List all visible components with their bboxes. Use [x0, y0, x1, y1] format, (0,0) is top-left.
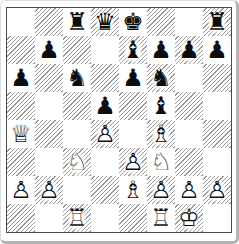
square-g6 [175, 64, 203, 92]
square-h4 [203, 120, 231, 148]
piece-black-bishop: ♝ [150, 92, 172, 120]
piece-white-pawn: ♙ [94, 120, 116, 148]
piece-white-pawn: ♙ [10, 176, 32, 204]
piece-black-pawn: ♟ [150, 36, 172, 64]
piece-white-rook: ♖ [66, 204, 88, 232]
piece-black-queen: ♛ [94, 8, 116, 36]
piece-white-pawn: ♙ [150, 176, 172, 204]
piece-black-pawn: ♟ [178, 36, 200, 64]
square-d8: ♛ [91, 8, 119, 36]
piece-black-pawn: ♟ [10, 64, 32, 92]
square-b3 [35, 148, 63, 176]
square-b2: ♙ [35, 176, 63, 204]
piece-white-queen: ♕ [10, 120, 32, 148]
square-d4: ♙ [91, 120, 119, 148]
square-h8: ♜ [203, 8, 231, 36]
piece-white-bishop: ♗ [122, 176, 144, 204]
square-f2: ♙ [147, 176, 175, 204]
square-e7: ♝ [119, 36, 147, 64]
piece-white-king: ♔ [178, 204, 200, 232]
square-f7: ♟ [147, 36, 175, 64]
square-c8: ♜ [63, 8, 91, 36]
square-e8: ♚ [119, 8, 147, 36]
square-b8 [35, 8, 63, 36]
square-g3 [175, 148, 203, 176]
square-g8 [175, 8, 203, 36]
square-g5 [175, 92, 203, 120]
piece-white-knight: ♘ [150, 148, 172, 176]
square-h6 [203, 64, 231, 92]
square-a4: ♕ [7, 120, 35, 148]
piece-black-king: ♚ [122, 8, 144, 36]
square-d1 [91, 204, 119, 232]
square-c4 [63, 120, 91, 148]
square-e2: ♗ [119, 176, 147, 204]
square-e1 [119, 204, 147, 232]
square-d3 [91, 148, 119, 176]
square-a3 [7, 148, 35, 176]
piece-black-bishop: ♝ [122, 36, 144, 64]
square-e5 [119, 92, 147, 120]
piece-black-pawn: ♟ [206, 36, 228, 64]
square-f5: ♝ [147, 92, 175, 120]
piece-white-pawn: ♙ [206, 176, 228, 204]
square-f1: ♖ [147, 204, 175, 232]
piece-white-pawn: ♙ [178, 176, 200, 204]
square-c6: ♞ [63, 64, 91, 92]
square-a2: ♙ [7, 176, 35, 204]
square-h7: ♟ [203, 36, 231, 64]
square-g1: ♔ [175, 204, 203, 232]
piece-black-pawn: ♟ [122, 64, 144, 92]
piece-white-knight: ♘ [66, 148, 88, 176]
piece-black-pawn: ♟ [38, 36, 60, 64]
piece-black-pawn: ♟ [94, 92, 116, 120]
piece-black-rook: ♜ [66, 8, 88, 36]
square-d2 [91, 176, 119, 204]
chess-diagram-image: ♜♛♚♜♟♝♟♟♟♟♞♟♞♟♝♕♙♗♘♙♘♙♙♗♙♙♙♖♖♔ [0, 0, 239, 244]
square-g2: ♙ [175, 176, 203, 204]
square-h2: ♙ [203, 176, 231, 204]
square-b5 [35, 92, 63, 120]
square-b6 [35, 64, 63, 92]
square-g4 [175, 120, 203, 148]
chess-board: ♜♛♚♜♟♝♟♟♟♟♞♟♞♟♝♕♙♗♘♙♘♙♙♗♙♙♙♖♖♔ [6, 7, 232, 233]
square-f3: ♘ [147, 148, 175, 176]
square-e6: ♟ [119, 64, 147, 92]
square-f4: ♗ [147, 120, 175, 148]
square-g7: ♟ [175, 36, 203, 64]
piece-white-pawn: ♙ [38, 176, 60, 204]
square-d7 [91, 36, 119, 64]
square-h1 [203, 204, 231, 232]
square-a1 [7, 204, 35, 232]
square-d6 [91, 64, 119, 92]
square-a8 [7, 8, 35, 36]
square-e4 [119, 120, 147, 148]
square-f8 [147, 8, 175, 36]
square-e3: ♙ [119, 148, 147, 176]
square-c3: ♘ [63, 148, 91, 176]
piece-white-bishop: ♗ [150, 120, 172, 148]
square-a7 [7, 36, 35, 64]
piece-black-knight: ♞ [150, 64, 172, 92]
square-c5 [63, 92, 91, 120]
square-d5: ♟ [91, 92, 119, 120]
square-c2 [63, 176, 91, 204]
square-a5 [7, 92, 35, 120]
square-a6: ♟ [7, 64, 35, 92]
square-c1: ♖ [63, 204, 91, 232]
piece-black-rook: ♜ [206, 8, 228, 36]
square-c7 [63, 36, 91, 64]
square-b4 [35, 120, 63, 148]
square-h3 [203, 148, 231, 176]
piece-white-rook: ♖ [150, 204, 172, 232]
piece-white-pawn: ♙ [122, 148, 144, 176]
piece-black-knight: ♞ [66, 64, 88, 92]
square-h5 [203, 92, 231, 120]
square-b1 [35, 204, 63, 232]
square-f6: ♞ [147, 64, 175, 92]
square-b7: ♟ [35, 36, 63, 64]
